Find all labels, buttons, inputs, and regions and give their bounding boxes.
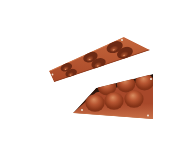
- front-mold: [73, 74, 154, 120]
- mold-dome: [135, 74, 154, 91]
- mold-dome: [104, 92, 123, 110]
- hanging-hole: [52, 74, 54, 76]
- product-photo: [40, 16, 170, 146]
- hanging-hole: [150, 78, 152, 80]
- back-mold: [49, 37, 150, 82]
- hanging-hole: [81, 109, 83, 111]
- mold-dome: [124, 90, 143, 108]
- hanging-hole: [147, 114, 149, 116]
- hanging-hole: [121, 39, 123, 41]
- mold-dome: [117, 76, 136, 93]
- mold-dome: [85, 94, 104, 112]
- mold-scene: [40, 16, 170, 146]
